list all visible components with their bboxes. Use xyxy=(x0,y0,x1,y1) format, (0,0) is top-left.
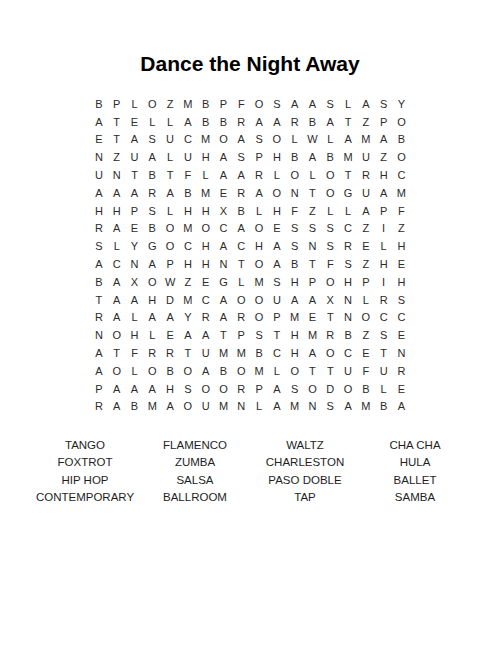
grid-cell[interactable]: P xyxy=(108,95,126,113)
grid-cell[interactable]: U xyxy=(357,184,375,202)
grid-cell[interactable]: A xyxy=(108,309,126,327)
grid-cell[interactable]: A xyxy=(197,326,215,344)
grid-cell[interactable]: O xyxy=(179,362,197,380)
grid-cell[interactable]: R xyxy=(286,113,304,131)
grid-cell[interactable]: A xyxy=(268,237,286,255)
grid-cell[interactable]: O xyxy=(286,166,304,184)
grid-cell[interactable]: O xyxy=(215,380,233,398)
grid-cell[interactable]: T xyxy=(339,166,357,184)
grid-cell[interactable]: A xyxy=(321,113,339,131)
grid-cell[interactable]: O xyxy=(321,184,339,202)
grid-cell[interactable]: L xyxy=(339,95,357,113)
grid-cell[interactable]: B xyxy=(90,95,108,113)
grid-cell[interactable]: S xyxy=(393,291,411,309)
grid-cell[interactable]: O xyxy=(304,380,322,398)
grid-cell[interactable]: U xyxy=(197,398,215,416)
grid-cell[interactable]: R xyxy=(321,326,339,344)
grid-cell[interactable]: R xyxy=(197,309,215,327)
grid-cell[interactable]: A xyxy=(215,309,233,327)
grid-cell[interactable]: A xyxy=(215,237,233,255)
grid-cell[interactable]: M xyxy=(179,95,197,113)
grid-cell[interactable]: F xyxy=(321,255,339,273)
grid-cell[interactable]: N xyxy=(286,184,304,202)
grid-cell[interactable]: E xyxy=(393,380,411,398)
grid-cell[interactable]: B xyxy=(215,113,233,131)
grid-cell[interactable]: A xyxy=(197,362,215,380)
grid-cell[interactable]: M xyxy=(304,326,322,344)
grid-cell[interactable]: S xyxy=(321,220,339,238)
grid-cell[interactable]: U xyxy=(161,131,179,149)
grid-cell[interactable]: O xyxy=(197,380,215,398)
grid-cell[interactable]: A xyxy=(215,291,233,309)
grid-cell[interactable]: F xyxy=(232,95,250,113)
grid-cell[interactable]: S xyxy=(179,380,197,398)
grid-cell[interactable]: O xyxy=(143,362,161,380)
grid-cell[interactable]: Z xyxy=(357,220,375,238)
grid-cell[interactable]: R xyxy=(90,220,108,238)
grid-cell[interactable]: A xyxy=(108,380,126,398)
grid-cell[interactable]: L xyxy=(321,202,339,220)
grid-cell[interactable]: Y xyxy=(126,237,144,255)
grid-cell[interactable]: S xyxy=(90,237,108,255)
grid-cell[interactable]: O xyxy=(143,95,161,113)
grid-cell[interactable]: T xyxy=(304,255,322,273)
grid-cell[interactable]: S xyxy=(375,326,393,344)
grid-cell[interactable]: M xyxy=(357,398,375,416)
grid-cell[interactable]: C xyxy=(339,220,357,238)
grid-cell[interactable]: A xyxy=(161,398,179,416)
grid-cell[interactable]: H xyxy=(197,255,215,273)
grid-cell[interactable]: O xyxy=(393,113,411,131)
grid-cell[interactable]: L xyxy=(339,202,357,220)
grid-cell[interactable]: R xyxy=(232,113,250,131)
grid-cell[interactable]: Z xyxy=(179,273,197,291)
grid-cell[interactable]: L xyxy=(126,309,144,327)
grid-cell[interactable]: O xyxy=(268,184,286,202)
grid-cell[interactable]: N xyxy=(90,148,108,166)
grid-cell[interactable]: H xyxy=(108,202,126,220)
grid-cell[interactable]: R xyxy=(339,237,357,255)
grid-cell[interactable]: R xyxy=(90,309,108,327)
grid-cell[interactable]: R xyxy=(357,166,375,184)
grid-cell[interactable]: W xyxy=(161,273,179,291)
grid-cell[interactable]: C xyxy=(393,166,411,184)
grid-cell[interactable]: A xyxy=(179,113,197,131)
grid-cell[interactable]: O xyxy=(215,131,233,149)
grid-cell[interactable]: B xyxy=(143,166,161,184)
grid-cell[interactable]: R xyxy=(232,309,250,327)
grid-cell[interactable]: E xyxy=(197,273,215,291)
grid-cell[interactable]: G xyxy=(143,237,161,255)
grid-cell[interactable]: L xyxy=(126,95,144,113)
grid-cell[interactable]: A xyxy=(268,398,286,416)
grid-cell[interactable]: E xyxy=(90,131,108,149)
grid-cell[interactable]: S xyxy=(321,95,339,113)
grid-cell[interactable]: X xyxy=(215,202,233,220)
grid-cell[interactable]: B xyxy=(143,220,161,238)
grid-cell[interactable]: L xyxy=(375,237,393,255)
grid-cell[interactable]: H xyxy=(339,273,357,291)
grid-cell[interactable]: N xyxy=(304,237,322,255)
grid-cell[interactable]: L xyxy=(286,131,304,149)
grid-cell[interactable]: B xyxy=(357,380,375,398)
grid-cell[interactable]: M xyxy=(286,398,304,416)
grid-cell[interactable]: U xyxy=(357,148,375,166)
grid-cell[interactable]: I xyxy=(375,220,393,238)
grid-cell[interactable]: M xyxy=(250,362,268,380)
grid-cell[interactable]: E xyxy=(126,113,144,131)
grid-cell[interactable]: N xyxy=(339,291,357,309)
grid-cell[interactable]: A xyxy=(161,184,179,202)
grid-cell[interactable]: L xyxy=(161,113,179,131)
grid-cell[interactable]: A xyxy=(90,362,108,380)
grid-cell[interactable]: A xyxy=(304,344,322,362)
grid-cell[interactable]: A xyxy=(304,148,322,166)
grid-cell[interactable]: A xyxy=(357,202,375,220)
grid-cell[interactable]: O xyxy=(161,237,179,255)
grid-cell[interactable]: H xyxy=(197,202,215,220)
grid-cell[interactable]: A xyxy=(108,273,126,291)
grid-cell[interactable]: A xyxy=(268,255,286,273)
grid-cell[interactable]: O xyxy=(321,344,339,362)
grid-cell[interactable]: M xyxy=(143,398,161,416)
grid-cell[interactable]: H xyxy=(161,380,179,398)
grid-cell[interactable]: H xyxy=(393,237,411,255)
grid-cell[interactable]: R xyxy=(161,344,179,362)
grid-cell[interactable]: L xyxy=(126,362,144,380)
grid-cell[interactable]: H xyxy=(250,237,268,255)
grid-cell[interactable]: B xyxy=(197,95,215,113)
grid-cell[interactable]: P xyxy=(304,273,322,291)
grid-cell[interactable]: L xyxy=(197,166,215,184)
grid-cell[interactable]: N xyxy=(126,255,144,273)
grid-cell[interactable]: E xyxy=(126,220,144,238)
grid-cell[interactable]: S xyxy=(375,95,393,113)
grid-cell[interactable]: T xyxy=(161,166,179,184)
grid-cell[interactable]: O xyxy=(250,95,268,113)
grid-cell[interactable]: A xyxy=(339,398,357,416)
grid-cell[interactable]: N xyxy=(393,344,411,362)
grid-cell[interactable]: D xyxy=(321,380,339,398)
grid-cell[interactable]: S xyxy=(286,220,304,238)
grid-cell[interactable]: H xyxy=(286,344,304,362)
grid-cell[interactable]: E xyxy=(393,255,411,273)
grid-cell[interactable]: A xyxy=(232,131,250,149)
grid-cell[interactable]: A xyxy=(375,184,393,202)
grid-cell[interactable]: H xyxy=(375,166,393,184)
grid-cell[interactable]: A xyxy=(232,166,250,184)
grid-cell[interactable]: H xyxy=(375,255,393,273)
grid-cell[interactable]: B xyxy=(90,273,108,291)
grid-cell[interactable]: P xyxy=(215,95,233,113)
grid-cell[interactable]: A xyxy=(126,184,144,202)
grid-cell[interactable]: S xyxy=(268,273,286,291)
grid-cell[interactable]: L xyxy=(375,380,393,398)
grid-cell[interactable]: B xyxy=(179,184,197,202)
grid-cell[interactable]: P xyxy=(90,380,108,398)
grid-cell[interactable]: U xyxy=(339,362,357,380)
grid-cell[interactable]: A xyxy=(90,255,108,273)
grid-cell[interactable]: A xyxy=(268,113,286,131)
grid-cell[interactable]: T xyxy=(321,362,339,380)
grid-cell[interactable]: O xyxy=(161,220,179,238)
grid-cell[interactable]: A xyxy=(126,380,144,398)
grid-cell[interactable]: F xyxy=(393,202,411,220)
grid-cell[interactable]: G xyxy=(215,273,233,291)
grid-cell[interactable]: M xyxy=(197,184,215,202)
grid-cell[interactable]: L xyxy=(357,291,375,309)
grid-cell[interactable]: N xyxy=(108,166,126,184)
grid-cell[interactable]: Z xyxy=(304,202,322,220)
grid-cell[interactable]: F xyxy=(286,202,304,220)
grid-cell[interactable]: O xyxy=(250,309,268,327)
grid-cell[interactable]: T xyxy=(108,344,126,362)
grid-cell[interactable]: H xyxy=(286,273,304,291)
grid-cell[interactable]: B xyxy=(321,148,339,166)
grid-cell[interactable]: E xyxy=(357,344,375,362)
grid-cell[interactable]: R xyxy=(250,166,268,184)
grid-cell[interactable]: H xyxy=(179,255,197,273)
grid-cell[interactable]: L xyxy=(143,326,161,344)
grid-cell[interactable]: Z xyxy=(357,113,375,131)
grid-cell[interactable]: A xyxy=(90,344,108,362)
grid-cell[interactable]: B xyxy=(286,255,304,273)
grid-cell[interactable]: M xyxy=(357,131,375,149)
grid-cell[interactable]: H xyxy=(197,237,215,255)
grid-cell[interactable]: O xyxy=(321,166,339,184)
grid-cell[interactable]: C xyxy=(339,344,357,362)
grid-cell[interactable]: A xyxy=(250,184,268,202)
grid-cell[interactable]: B xyxy=(232,202,250,220)
grid-cell[interactable]: T xyxy=(126,166,144,184)
grid-cell[interactable]: A xyxy=(90,184,108,202)
grid-cell[interactable]: S xyxy=(250,326,268,344)
grid-cell[interactable]: B xyxy=(197,113,215,131)
grid-cell[interactable]: H xyxy=(393,273,411,291)
grid-cell[interactable]: P xyxy=(161,255,179,273)
grid-cell[interactable]: F xyxy=(126,344,144,362)
grid-cell[interactable]: T xyxy=(215,326,233,344)
grid-cell[interactable]: O xyxy=(108,326,126,344)
grid-cell[interactable]: E xyxy=(304,309,322,327)
grid-cell[interactable]: L xyxy=(161,148,179,166)
grid-cell[interactable]: U xyxy=(268,291,286,309)
grid-cell[interactable]: A xyxy=(108,291,126,309)
grid-cell[interactable]: T xyxy=(90,291,108,309)
grid-cell[interactable]: P xyxy=(375,202,393,220)
grid-cell[interactable]: A xyxy=(250,113,268,131)
grid-cell[interactable]: H xyxy=(268,148,286,166)
grid-cell[interactable]: O xyxy=(321,273,339,291)
grid-cell[interactable]: A xyxy=(126,131,144,149)
grid-cell[interactable]: B xyxy=(215,362,233,380)
grid-cell[interactable]: C xyxy=(108,255,126,273)
grid-cell[interactable]: M xyxy=(250,273,268,291)
grid-cell[interactable]: M xyxy=(286,309,304,327)
grid-cell[interactable]: R xyxy=(393,362,411,380)
grid-cell[interactable]: B xyxy=(339,326,357,344)
grid-cell[interactable]: L xyxy=(250,202,268,220)
grid-cell[interactable]: R xyxy=(90,398,108,416)
grid-cell[interactable]: L xyxy=(268,362,286,380)
grid-cell[interactable]: G xyxy=(339,184,357,202)
grid-cell[interactable]: E xyxy=(268,220,286,238)
grid-cell[interactable]: Z xyxy=(357,255,375,273)
grid-cell[interactable]: L xyxy=(250,398,268,416)
grid-cell[interactable]: E xyxy=(215,184,233,202)
grid-cell[interactable]: U xyxy=(375,362,393,380)
grid-cell[interactable]: R xyxy=(143,344,161,362)
grid-cell[interactable]: M xyxy=(232,344,250,362)
grid-cell[interactable]: T xyxy=(232,255,250,273)
grid-cell[interactable]: B xyxy=(161,362,179,380)
grid-cell[interactable]: M xyxy=(215,398,233,416)
grid-cell[interactable]: Y xyxy=(393,95,411,113)
grid-cell[interactable]: A xyxy=(143,255,161,273)
grid-cell[interactable]: C xyxy=(393,309,411,327)
grid-cell[interactable]: B xyxy=(304,113,322,131)
grid-cell[interactable]: S xyxy=(304,220,322,238)
grid-cell[interactable]: O xyxy=(197,220,215,238)
grid-cell[interactable]: M xyxy=(197,131,215,149)
grid-cell[interactable]: A xyxy=(108,184,126,202)
grid-cell[interactable]: A xyxy=(375,131,393,149)
grid-cell[interactable]: S xyxy=(286,237,304,255)
grid-cell[interactable]: O xyxy=(250,220,268,238)
grid-cell[interactable]: X xyxy=(126,273,144,291)
grid-cell[interactable]: Z xyxy=(357,326,375,344)
grid-cell[interactable]: Z xyxy=(375,148,393,166)
grid-cell[interactable]: T xyxy=(375,344,393,362)
grid-cell[interactable]: M xyxy=(179,220,197,238)
grid-cell[interactable]: O xyxy=(250,255,268,273)
grid-cell[interactable]: L xyxy=(232,273,250,291)
grid-cell[interactable]: E xyxy=(161,326,179,344)
grid-cell[interactable]: F xyxy=(179,166,197,184)
grid-cell[interactable]: A xyxy=(108,220,126,238)
grid-cell[interactable]: N xyxy=(232,398,250,416)
grid-cell[interactable]: L xyxy=(108,237,126,255)
grid-cell[interactable]: A xyxy=(232,220,250,238)
grid-cell[interactable]: T xyxy=(268,326,286,344)
grid-cell[interactable]: T xyxy=(179,344,197,362)
grid-cell[interactable]: B xyxy=(250,344,268,362)
grid-cell[interactable]: O xyxy=(232,291,250,309)
grid-cell[interactable]: O xyxy=(143,273,161,291)
grid-cell[interactable]: L xyxy=(304,166,322,184)
grid-cell[interactable]: H xyxy=(268,202,286,220)
grid-cell[interactable]: A xyxy=(393,398,411,416)
grid-cell[interactable]: O xyxy=(179,398,197,416)
grid-cell[interactable]: T xyxy=(339,113,357,131)
grid-cell[interactable]: O xyxy=(268,131,286,149)
grid-cell[interactable]: C xyxy=(268,344,286,362)
grid-cell[interactable]: A xyxy=(286,291,304,309)
grid-cell[interactable]: Z xyxy=(161,95,179,113)
grid-cell[interactable]: A xyxy=(126,291,144,309)
grid-cell[interactable]: S xyxy=(321,237,339,255)
grid-cell[interactable]: U xyxy=(90,166,108,184)
grid-cell[interactable]: S xyxy=(143,131,161,149)
grid-cell[interactable]: A xyxy=(143,148,161,166)
grid-cell[interactable]: R xyxy=(375,291,393,309)
grid-cell[interactable]: P xyxy=(375,113,393,131)
grid-cell[interactable]: A xyxy=(215,148,233,166)
grid-cell[interactable]: U xyxy=(179,148,197,166)
grid-cell[interactable]: L xyxy=(268,166,286,184)
grid-cell[interactable]: P xyxy=(357,273,375,291)
grid-cell[interactable]: P xyxy=(268,309,286,327)
grid-cell[interactable]: Y xyxy=(179,309,197,327)
grid-cell[interactable]: O xyxy=(286,362,304,380)
grid-cell[interactable]: I xyxy=(375,273,393,291)
grid-cell[interactable]: Z xyxy=(108,148,126,166)
grid-cell[interactable]: T xyxy=(304,184,322,202)
grid-cell[interactable]: L xyxy=(321,131,339,149)
grid-cell[interactable]: W xyxy=(304,131,322,149)
grid-cell[interactable]: B xyxy=(286,148,304,166)
grid-cell[interactable]: D xyxy=(161,291,179,309)
grid-cell[interactable]: P xyxy=(250,380,268,398)
grid-cell[interactable]: T xyxy=(108,131,126,149)
grid-cell[interactable]: T xyxy=(108,113,126,131)
grid-cell[interactable]: A xyxy=(268,380,286,398)
grid-cell[interactable]: H xyxy=(90,202,108,220)
grid-cell[interactable]: A xyxy=(339,131,357,149)
grid-cell[interactable]: H xyxy=(179,202,197,220)
grid-cell[interactable]: O xyxy=(250,291,268,309)
grid-cell[interactable]: L xyxy=(143,113,161,131)
grid-cell[interactable]: S xyxy=(232,148,250,166)
grid-cell[interactable]: Z xyxy=(393,220,411,238)
grid-cell[interactable]: R xyxy=(143,184,161,202)
grid-cell[interactable]: C xyxy=(179,237,197,255)
grid-cell[interactable]: X xyxy=(321,291,339,309)
grid-cell[interactable]: L xyxy=(161,202,179,220)
grid-cell[interactable]: R xyxy=(232,380,250,398)
grid-cell[interactable]: E xyxy=(357,237,375,255)
grid-cell[interactable]: T xyxy=(321,309,339,327)
grid-cell[interactable]: P xyxy=(250,148,268,166)
grid-cell[interactable]: B xyxy=(393,131,411,149)
grid-cell[interactable]: U xyxy=(126,148,144,166)
grid-cell[interactable]: U xyxy=(197,344,215,362)
grid-cell[interactable]: M xyxy=(215,344,233,362)
grid-cell[interactable]: S xyxy=(286,380,304,398)
grid-cell[interactable]: P xyxy=(126,202,144,220)
grid-cell[interactable]: C xyxy=(197,291,215,309)
grid-cell[interactable]: O xyxy=(357,309,375,327)
grid-cell[interactable]: B xyxy=(375,398,393,416)
grid-cell[interactable]: A xyxy=(357,95,375,113)
grid-cell[interactable]: H xyxy=(286,326,304,344)
grid-cell[interactable]: A xyxy=(215,166,233,184)
grid-cell[interactable]: B xyxy=(126,398,144,416)
grid-cell[interactable]: P xyxy=(232,326,250,344)
grid-cell[interactable]: S xyxy=(143,202,161,220)
grid-cell[interactable]: A xyxy=(286,95,304,113)
grid-cell[interactable]: H xyxy=(197,148,215,166)
grid-cell[interactable]: N xyxy=(339,309,357,327)
grid-cell[interactable]: S xyxy=(268,95,286,113)
grid-cell[interactable]: H xyxy=(126,326,144,344)
grid-cell[interactable]: A xyxy=(143,380,161,398)
grid-cell[interactable]: O xyxy=(339,380,357,398)
grid-cell[interactable]: E xyxy=(393,326,411,344)
grid-cell[interactable]: C xyxy=(179,131,197,149)
grid-cell[interactable]: M xyxy=(179,291,197,309)
grid-cell[interactable]: M xyxy=(393,184,411,202)
